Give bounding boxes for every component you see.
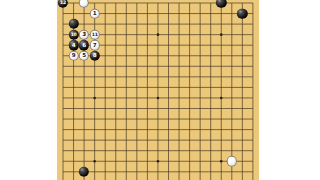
move-number: 6	[82, 42, 86, 48]
goban[interactable]	[57, 0, 259, 180]
move-number: 5	[82, 53, 86, 59]
move-number: 10	[71, 32, 77, 37]
move-number: 4	[72, 42, 76, 48]
move-number: 9	[72, 53, 76, 59]
move-number: 8	[93, 53, 97, 59]
go-diagram-screenshot: 12110311467859	[0, 0, 320, 180]
move-number: 3	[82, 32, 86, 38]
move-number: 1	[93, 11, 97, 17]
move-number: 12	[60, 0, 66, 5]
move-number: 11	[92, 32, 98, 37]
move-number: 7	[93, 42, 97, 48]
